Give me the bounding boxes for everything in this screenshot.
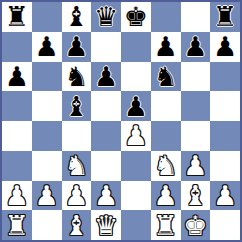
- black-pawn-a6[interactable]: ♟: [5, 63, 29, 90]
- white-pawn-a2[interactable]: ♟: [5, 182, 29, 209]
- white-pawn-f2[interactable]: ♟: [154, 182, 178, 209]
- square-c2[interactable]: ♟: [62, 181, 92, 211]
- black-pawn-g7[interactable]: ♟: [183, 33, 207, 60]
- square-d3[interactable]: [91, 151, 121, 181]
- square-a2[interactable]: ♟: [2, 181, 32, 211]
- square-b8[interactable]: [32, 2, 62, 32]
- square-a6[interactable]: ♟: [2, 62, 32, 92]
- square-d6[interactable]: ♟: [91, 62, 121, 92]
- black-bishop-c8[interactable]: ♝: [64, 3, 88, 30]
- square-d8[interactable]: ♛: [91, 2, 121, 32]
- white-pawn-c2[interactable]: ♟: [64, 182, 88, 209]
- square-e7[interactable]: [121, 32, 151, 62]
- square-g6[interactable]: [181, 62, 211, 92]
- white-pawn-e4[interactable]: ♟: [124, 122, 148, 149]
- chess-board-frame: ♜♝♛♚♜♟♟♟♟♟♟♞♟♞♝♟♟♞♞♟♟♟♟♟♟♝♟♜♝♛♜♚: [0, 0, 242, 242]
- black-king-e8[interactable]: ♚: [124, 3, 148, 30]
- white-pawn-h2[interactable]: ♟: [213, 182, 237, 209]
- square-b2[interactable]: ♟: [32, 181, 62, 211]
- square-a1[interactable]: ♜: [2, 210, 32, 240]
- square-b5[interactable]: [32, 91, 62, 121]
- black-queen-d8[interactable]: ♛: [94, 3, 118, 30]
- square-f1[interactable]: ♜: [151, 210, 181, 240]
- square-b3[interactable]: [32, 151, 62, 181]
- square-b6[interactable]: [32, 62, 62, 92]
- square-e5[interactable]: ♟: [121, 91, 151, 121]
- square-c1[interactable]: ♝: [62, 210, 92, 240]
- square-g2[interactable]: ♝: [181, 181, 211, 211]
- black-pawn-b7[interactable]: ♟: [35, 33, 59, 60]
- black-bishop-c5[interactable]: ♝: [64, 93, 88, 120]
- square-g4[interactable]: [181, 121, 211, 151]
- square-c5[interactable]: ♝: [62, 91, 92, 121]
- black-rook-h8[interactable]: ♜: [213, 3, 237, 30]
- square-b4[interactable]: [32, 121, 62, 151]
- square-h7[interactable]: ♟: [210, 32, 240, 62]
- square-g1[interactable]: ♚: [181, 210, 211, 240]
- white-pawn-d2[interactable]: ♟: [94, 182, 118, 209]
- square-d4[interactable]: [91, 121, 121, 151]
- square-f8[interactable]: [151, 2, 181, 32]
- square-f5[interactable]: [151, 91, 181, 121]
- square-f2[interactable]: ♟: [151, 181, 181, 211]
- white-bishop-g2[interactable]: ♝: [183, 182, 207, 209]
- square-f4[interactable]: [151, 121, 181, 151]
- square-h3[interactable]: [210, 151, 240, 181]
- square-h8[interactable]: ♜: [210, 2, 240, 32]
- square-b7[interactable]: ♟: [32, 32, 62, 62]
- square-g3[interactable]: ♟: [181, 151, 211, 181]
- white-bishop-c1[interactable]: ♝: [64, 212, 88, 239]
- square-a8[interactable]: ♜: [2, 2, 32, 32]
- square-a5[interactable]: [2, 91, 32, 121]
- square-g7[interactable]: ♟: [181, 32, 211, 62]
- square-d5[interactable]: [91, 91, 121, 121]
- square-f3[interactable]: ♞: [151, 151, 181, 181]
- white-knight-c3[interactable]: ♞: [64, 152, 88, 179]
- square-g5[interactable]: [181, 91, 211, 121]
- square-h1[interactable]: [210, 210, 240, 240]
- square-c4[interactable]: [62, 121, 92, 151]
- square-d1[interactable]: ♛: [91, 210, 121, 240]
- black-pawn-e5[interactable]: ♟: [124, 93, 148, 120]
- white-rook-f1[interactable]: ♜: [154, 212, 178, 239]
- square-h5[interactable]: [210, 91, 240, 121]
- square-c6[interactable]: ♞: [62, 62, 92, 92]
- black-pawn-f7[interactable]: ♟: [154, 33, 178, 60]
- square-a3[interactable]: [2, 151, 32, 181]
- white-pawn-b2[interactable]: ♟: [35, 182, 59, 209]
- square-b1[interactable]: [32, 210, 62, 240]
- square-h2[interactable]: ♟: [210, 181, 240, 211]
- square-e2[interactable]: [121, 181, 151, 211]
- square-c8[interactable]: ♝: [62, 2, 92, 32]
- white-pawn-g3[interactable]: ♟: [183, 152, 207, 179]
- square-e6[interactable]: [121, 62, 151, 92]
- white-queen-d1[interactable]: ♛: [94, 212, 118, 239]
- square-f7[interactable]: ♟: [151, 32, 181, 62]
- black-pawn-h7[interactable]: ♟: [213, 33, 237, 60]
- square-h6[interactable]: [210, 62, 240, 92]
- black-knight-c6[interactable]: ♞: [64, 63, 88, 90]
- square-e4[interactable]: ♟: [121, 121, 151, 151]
- black-rook-a8[interactable]: ♜: [5, 3, 29, 30]
- white-knight-f3[interactable]: ♞: [154, 152, 178, 179]
- square-d2[interactable]: ♟: [91, 181, 121, 211]
- square-g8[interactable]: [181, 2, 211, 32]
- square-a4[interactable]: [2, 121, 32, 151]
- black-pawn-d6[interactable]: ♟: [94, 63, 118, 90]
- square-e8[interactable]: ♚: [121, 2, 151, 32]
- square-f6[interactable]: ♞: [151, 62, 181, 92]
- chess-board: ♜♝♛♚♜♟♟♟♟♟♟♞♟♞♝♟♟♞♞♟♟♟♟♟♟♝♟♜♝♛♜♚: [2, 2, 240, 240]
- square-e3[interactable]: [121, 151, 151, 181]
- white-rook-a1[interactable]: ♜: [5, 212, 29, 239]
- square-c7[interactable]: ♟: [62, 32, 92, 62]
- square-e1[interactable]: [121, 210, 151, 240]
- black-pawn-c7[interactable]: ♟: [64, 33, 88, 60]
- black-knight-f6[interactable]: ♞: [154, 63, 178, 90]
- square-c3[interactable]: ♞: [62, 151, 92, 181]
- square-d7[interactable]: [91, 32, 121, 62]
- square-a7[interactable]: [2, 32, 32, 62]
- white-king-g1[interactable]: ♚: [183, 212, 207, 239]
- square-h4[interactable]: [210, 121, 240, 151]
